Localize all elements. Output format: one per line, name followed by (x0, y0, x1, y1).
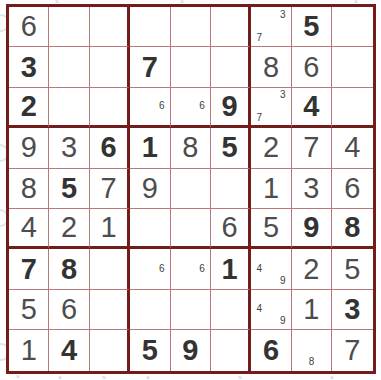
user-digit: 9 (142, 174, 158, 203)
cell-r1c5[interactable] (171, 7, 211, 47)
given-digit: 5 (142, 336, 158, 365)
cell-r9c6[interactable] (211, 330, 251, 370)
user-digit: 7 (100, 174, 116, 203)
decor-speck: × (58, 374, 62, 380)
pencil-mark: 7 (253, 33, 265, 45)
cell-r3c8[interactable]: 4 (292, 88, 332, 128)
cell-r1c4[interactable] (130, 7, 170, 47)
user-digit: 9 (21, 133, 37, 162)
given-digit: 7 (142, 53, 158, 82)
cell-r1c3[interactable] (90, 7, 130, 47)
decor-speck: × (146, 374, 150, 380)
pencil-marks: 8 (294, 332, 329, 368)
cell-r4c4[interactable]: 1 (130, 128, 170, 168)
given-digit: 9 (182, 336, 198, 365)
given-digit: 8 (344, 213, 360, 242)
cell-r9c5[interactable]: 9 (171, 330, 211, 370)
cell-r6c3[interactable]: 1 (90, 209, 130, 249)
given-digit: 4 (303, 92, 319, 121)
cell-r1c6[interactable] (211, 7, 251, 47)
cell-r7c5[interactable]: 6 (171, 249, 211, 289)
cell-r9c8[interactable]: 8 (292, 330, 332, 370)
cell-r4c7[interactable]: 2 (251, 128, 291, 168)
user-digit: 5 (263, 213, 279, 242)
cell-r5c3[interactable]: 7 (90, 169, 130, 209)
cell-r4c1[interactable]: 9 (9, 128, 49, 168)
cell-r6c7[interactable]: 5 (251, 209, 291, 249)
user-digit: 5 (21, 295, 37, 324)
cell-r3c3[interactable] (90, 88, 130, 128)
user-digit: 1 (100, 213, 116, 242)
pencil-marks: 37 (253, 9, 288, 44)
given-digit: 5 (222, 133, 238, 162)
cell-r7c7[interactable]: 49 (251, 249, 291, 289)
given-digit: 9 (222, 92, 238, 121)
cell-r9c4[interactable]: 5 (130, 330, 170, 370)
user-digit: 1 (303, 295, 319, 324)
pencil-mark: 8 (306, 356, 318, 368)
user-digit: 8 (21, 174, 37, 203)
given-digit: 5 (61, 174, 77, 203)
user-digit: 4 (344, 133, 360, 162)
cell-r4c8[interactable]: 7 (292, 128, 332, 168)
pencil-marks: 49 (253, 292, 288, 327)
cell-r3c1[interactable]: 2 (9, 88, 49, 128)
pencil-mark: 9 (277, 315, 289, 327)
pencil-mark: 4 (253, 304, 265, 316)
given-digit: 6 (263, 336, 279, 365)
cell-r6c5[interactable] (171, 209, 211, 249)
cell-r8c7[interactable]: 49 (251, 290, 291, 330)
cell-r4c3[interactable]: 6 (90, 128, 130, 168)
cell-r3c4[interactable]: 6 (130, 88, 170, 128)
pencil-marks: 49 (253, 251, 288, 286)
cell-r2c4[interactable]: 7 (130, 47, 170, 87)
cell-r7c2[interactable]: 8 (49, 249, 89, 289)
cell-r5c1[interactable]: 8 (9, 169, 49, 209)
cell-r2c7[interactable]: 8 (251, 47, 291, 87)
cell-r9c2[interactable]: 4 (49, 330, 89, 370)
sudoku-board: 6375378626693749361852748579136421659878… (6, 4, 376, 374)
given-digit: 1 (142, 133, 158, 162)
user-digit: 2 (303, 255, 319, 284)
cell-r1c7[interactable]: 37 (251, 7, 291, 47)
pencil-mark: 6 (196, 263, 208, 275)
cell-r8c4[interactable] (130, 290, 170, 330)
user-digit: 8 (263, 53, 279, 82)
user-digit: 7 (344, 336, 360, 365)
cell-r1c8[interactable]: 5 (292, 7, 332, 47)
cell-r7c4[interactable]: 6 (130, 249, 170, 289)
given-digit: 4 (61, 336, 77, 365)
pencil-mark: 9 (277, 275, 289, 287)
cell-r8c6[interactable] (211, 290, 251, 330)
cell-r8c9[interactable]: 3 (332, 290, 372, 330)
pencil-mark: 3 (277, 90, 289, 101)
cell-r8c1[interactable]: 5 (9, 290, 49, 330)
given-digit: 3 (344, 295, 360, 324)
given-digit: 8 (61, 255, 77, 284)
given-digit: 1 (222, 255, 238, 284)
user-digit: 6 (61, 295, 77, 324)
cell-r3c5[interactable]: 6 (171, 88, 211, 128)
pencil-mark: 6 (156, 263, 168, 275)
cell-r5c2[interactable]: 5 (49, 169, 89, 209)
cell-r9c7[interactable]: 6 (251, 330, 291, 370)
given-digit: 6 (100, 133, 116, 162)
user-digit: 6 (344, 174, 360, 203)
given-digit: 3 (21, 53, 37, 82)
cell-r7c3[interactable] (90, 249, 130, 289)
cell-r3c6[interactable]: 9 (211, 88, 251, 128)
cell-r4c5[interactable]: 8 (171, 128, 211, 168)
user-digit: 2 (61, 213, 77, 242)
cell-r5c7[interactable]: 1 (251, 169, 291, 209)
cell-r2c1[interactable]: 3 (9, 47, 49, 87)
user-digit: 8 (182, 133, 198, 162)
cell-r8c2[interactable]: 6 (49, 290, 89, 330)
pencil-mark: 6 (196, 101, 208, 112)
cell-r5c8[interactable]: 3 (292, 169, 332, 209)
cell-r6c4[interactable] (130, 209, 170, 249)
cell-r8c3[interactable] (90, 290, 130, 330)
cell-r4c9[interactable]: 4 (332, 128, 372, 168)
pencil-mark: 7 (253, 112, 265, 123)
cell-r6c8[interactable]: 9 (292, 209, 332, 249)
cell-r4c6[interactable]: 5 (211, 128, 251, 168)
cell-r2c8[interactable]: 6 (292, 47, 332, 87)
pencil-mark: 6 (156, 101, 168, 112)
user-digit: 7 (303, 133, 319, 162)
pencil-marks: 6 (173, 251, 208, 286)
cell-r7c9[interactable]: 5 (332, 249, 372, 289)
user-digit: 6 (222, 213, 238, 242)
user-digit: 3 (61, 133, 77, 162)
pencil-marks: 37 (253, 90, 288, 123)
user-digit: 1 (263, 174, 279, 203)
cell-r1c9[interactable] (332, 7, 372, 47)
given-digit: 5 (303, 12, 319, 41)
cell-r5c9[interactable]: 6 (332, 169, 372, 209)
cell-r1c1[interactable]: 6 (9, 7, 49, 47)
cell-r6c1[interactable]: 4 (9, 209, 49, 249)
user-digit: 4 (21, 213, 37, 242)
pencil-mark: 4 (253, 263, 265, 275)
user-digit: 1 (21, 336, 37, 365)
cell-r7c6[interactable]: 1 (211, 249, 251, 289)
cell-r8c8[interactable]: 1 (292, 290, 332, 330)
cell-r5c5[interactable] (171, 169, 211, 209)
decor-speck: × (102, 374, 106, 380)
given-digit: 2 (21, 92, 37, 121)
user-digit: 6 (21, 12, 37, 41)
pencil-marks: 6 (173, 90, 208, 123)
decor-speck: × (16, 373, 20, 380)
cell-r5c4[interactable]: 9 (130, 169, 170, 209)
cell-r3c7[interactable]: 37 (251, 88, 291, 128)
cell-r2c5[interactable] (171, 47, 211, 87)
cell-r9c1[interactable]: 1 (9, 330, 49, 370)
cell-r6c9[interactable]: 8 (332, 209, 372, 249)
user-digit: 6 (303, 53, 319, 82)
decor-speck: × (238, 374, 242, 380)
user-digit: 2 (263, 133, 279, 162)
cell-r2c9[interactable] (332, 47, 372, 87)
given-digit: 7 (21, 255, 37, 284)
cell-r7c8[interactable]: 2 (292, 249, 332, 289)
cell-r5c6[interactable] (211, 169, 251, 209)
pencil-marks: 6 (132, 90, 167, 123)
decor-speck: × (330, 374, 334, 380)
cell-r2c3[interactable] (90, 47, 130, 87)
cell-r3c2[interactable] (49, 88, 89, 128)
user-digit: 5 (344, 255, 360, 284)
cell-r8c5[interactable] (171, 290, 211, 330)
cell-r6c6[interactable]: 6 (211, 209, 251, 249)
pencil-marks: 6 (132, 251, 167, 286)
user-digit: 3 (303, 174, 319, 203)
cell-r2c6[interactable] (211, 47, 251, 87)
cell-r1c2[interactable] (49, 7, 89, 47)
cell-r6c2[interactable]: 2 (49, 209, 89, 249)
cell-r3c9[interactable] (332, 88, 372, 128)
given-digit: 9 (303, 213, 319, 242)
cell-r9c3[interactable] (90, 330, 130, 370)
pencil-mark: 3 (277, 9, 289, 21)
cell-r7c1[interactable]: 7 (9, 249, 49, 289)
cell-r9c9[interactable]: 7 (332, 330, 372, 370)
cell-r4c2[interactable]: 3 (49, 128, 89, 168)
cell-r2c2[interactable] (49, 47, 89, 87)
